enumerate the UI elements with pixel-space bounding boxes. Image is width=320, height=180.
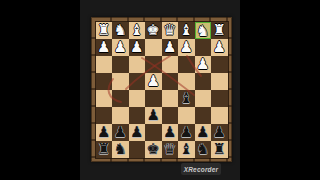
square-c1[interactable]: ♝ [178,22,195,39]
square-b7[interactable]: ♟ [195,124,212,141]
black-pawn: ♟ [96,124,113,141]
white-bishop: ♝ [178,22,195,39]
chess-board-frame: ♜♞♝♚♛♝♞♜♟♟♟♟♟♟♟♟♝♟♟♟♟♟♟♟♟♜♞♚♛♝♞♜ [91,17,232,162]
black-king: ♚ [145,141,162,158]
black-knight: ♞ [195,141,212,158]
square-c8[interactable]: ♝ [178,141,195,158]
white-pawn: ♟ [112,39,129,56]
square-h5[interactable] [96,90,113,107]
black-pawn: ♟ [178,124,195,141]
black-pawn: ♟ [162,124,179,141]
black-queen: ♛ [162,141,179,158]
square-f3[interactable] [129,56,146,73]
square-g7[interactable]: ♟ [112,124,129,141]
square-a1[interactable]: ♜ [211,22,228,39]
square-h2[interactable]: ♟ [96,39,113,56]
square-f4[interactable] [129,73,146,90]
square-e2[interactable] [145,39,162,56]
square-b4[interactable] [195,73,212,90]
square-d5[interactable] [162,90,179,107]
square-c7[interactable]: ♟ [178,124,195,141]
white-rook: ♜ [211,22,228,39]
square-a7[interactable]: ♟ [211,124,228,141]
square-e3[interactable] [145,56,162,73]
square-b5[interactable] [195,90,212,107]
square-h3[interactable] [96,56,113,73]
square-d8[interactable]: ♛ [162,141,179,158]
square-g2[interactable]: ♟ [112,39,129,56]
black-knight: ♞ [112,141,129,158]
video-frame: ♜♞♝♚♛♝♞♜♟♟♟♟♟♟♟♟♝♟♟♟♟♟♟♟♟♜♞♚♛♝♞♜ XRecord… [80,0,240,180]
frame-ticks-right [228,22,233,158]
white-pawn: ♟ [129,39,146,56]
square-c2[interactable]: ♟ [178,39,195,56]
white-knight: ♞ [196,23,211,38]
square-b1[interactable]: ♞ [195,22,212,39]
square-h4[interactable] [96,73,113,90]
white-queen: ♛ [162,22,179,39]
black-pawn: ♟ [195,124,212,141]
square-f1[interactable]: ♝ [129,22,146,39]
black-bishop: ♝ [178,141,195,158]
square-g8[interactable]: ♞ [112,141,129,158]
square-f2[interactable]: ♟ [129,39,146,56]
square-d7[interactable]: ♟ [162,124,179,141]
square-b8[interactable]: ♞ [195,141,212,158]
chess-board: ♜♞♝♚♛♝♞♜♟♟♟♟♟♟♟♟♝♟♟♟♟♟♟♟♟♜♞♚♛♝♞♜ [96,22,228,158]
white-pawn: ♟ [178,39,195,56]
recorder-watermark-label: XRecorder [184,166,219,173]
square-d4[interactable] [162,73,179,90]
white-knight: ♞ [112,22,129,39]
square-f8[interactable] [129,141,146,158]
white-pawn: ♟ [211,39,228,56]
square-d2[interactable]: ♟ [162,39,179,56]
black-pawn: ♟ [112,124,129,141]
square-g1[interactable]: ♞ [112,22,129,39]
black-rook: ♜ [96,141,113,158]
square-a3[interactable] [211,56,228,73]
square-g4[interactable] [112,73,129,90]
black-pawn: ♟ [145,107,162,124]
square-f5[interactable] [129,90,146,107]
square-b3[interactable]: ♟ [195,56,212,73]
square-d6[interactable] [162,107,179,124]
square-c4[interactable] [178,73,195,90]
square-b6[interactable] [195,107,212,124]
square-h7[interactable]: ♟ [96,124,113,141]
square-f7[interactable]: ♟ [129,124,146,141]
square-h8[interactable]: ♜ [96,141,113,158]
square-g6[interactable] [112,107,129,124]
frame-ticks-bottom [96,158,228,163]
square-a6[interactable] [211,107,228,124]
square-e5[interactable] [145,90,162,107]
black-bishop: ♝ [178,90,195,107]
square-h1[interactable]: ♜ [96,22,113,39]
square-e1[interactable]: ♚ [145,22,162,39]
square-e6[interactable]: ♟ [145,107,162,124]
square-b2[interactable] [195,39,212,56]
square-h6[interactable] [96,107,113,124]
square-f6[interactable] [129,107,146,124]
black-pawn: ♟ [211,124,228,141]
white-pawn: ♟ [96,39,113,56]
square-d1[interactable]: ♛ [162,22,179,39]
white-bishop: ♝ [129,22,146,39]
square-c5[interactable]: ♝ [178,90,195,107]
black-rook: ♜ [211,141,228,158]
square-c3[interactable] [178,56,195,73]
white-king: ♚ [145,22,162,39]
square-a2[interactable]: ♟ [211,39,228,56]
square-e4[interactable]: ♟ [145,73,162,90]
black-pawn: ♟ [129,124,146,141]
white-pawn: ♟ [145,73,162,90]
white-pawn: ♟ [195,56,212,73]
square-g5[interactable] [112,90,129,107]
square-e7[interactable] [145,124,162,141]
square-c6[interactable] [178,107,195,124]
square-a4[interactable] [211,73,228,90]
square-a8[interactable]: ♜ [211,141,228,158]
square-g3[interactable] [112,56,129,73]
square-e8[interactable]: ♚ [145,141,162,158]
recorder-watermark: XRecorder [181,163,221,175]
square-a5[interactable] [211,90,228,107]
page-background: { "app": { "watermark": "XRecorder" }, "… [0,0,320,180]
white-pawn: ♟ [162,39,179,56]
square-d3[interactable] [162,56,179,73]
white-rook: ♜ [96,22,113,39]
